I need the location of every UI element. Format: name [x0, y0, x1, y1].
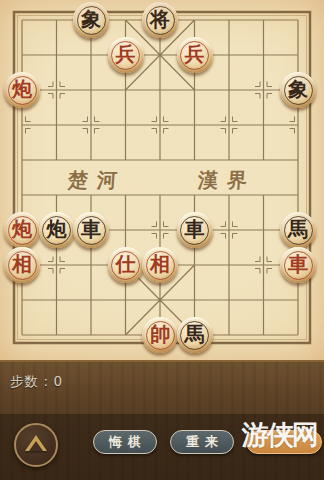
action-bar: 悔棋 重来 游侠网 — [0, 414, 324, 480]
right-action-button[interactable] — [246, 430, 322, 454]
piece-red-仕[interactable]: 仕 — [108, 247, 144, 283]
undo-button[interactable]: 悔棋 — [93, 430, 157, 454]
pieces-grid: 象将兵兵炮象炮炮車車馬相仕相車帥馬 — [5, 3, 316, 353]
piece-glyph: 車 — [81, 219, 101, 239]
piece-glyph: 相 — [150, 254, 170, 274]
piece-red-兵[interactable]: 兵 — [108, 37, 144, 73]
xiangqi-board[interactable]: 楚河 漢界 象将兵兵炮象炮炮車車馬相仕相車帥馬 — [0, 0, 324, 362]
move-counter-value: 0 — [54, 373, 64, 389]
piece-black-象[interactable]: 象 — [73, 2, 109, 38]
piece-black-炮[interactable]: 炮 — [39, 212, 75, 248]
move-counter-label: 步数： — [10, 373, 54, 389]
piece-red-相[interactable]: 相 — [4, 247, 40, 283]
chevron-up-icon — [25, 435, 47, 451]
restart-button[interactable]: 重来 — [170, 430, 234, 454]
bottom-panel: 步数：0 悔棋 重来 游侠网 — [0, 360, 324, 480]
piece-glyph: 馬 — [288, 219, 308, 239]
piece-glyph: 相 — [12, 254, 32, 274]
piece-glyph: 馬 — [185, 324, 205, 344]
piece-glyph: 帥 — [150, 324, 170, 344]
piece-glyph: 象 — [288, 79, 308, 99]
piece-black-馬[interactable]: 馬 — [280, 212, 316, 248]
piece-glyph: 兵 — [185, 44, 205, 64]
piece-black-車[interactable]: 車 — [177, 212, 213, 248]
xiangqi-app: 楚河 漢界 象将兵兵炮象炮炮車車馬相仕相車帥馬 步数：0 悔棋 重来 游侠网 — [0, 0, 324, 480]
piece-glyph: 炮 — [12, 219, 32, 239]
piece-glyph: 象 — [81, 9, 101, 29]
move-counter: 步数：0 — [10, 373, 63, 391]
piece-glyph: 車 — [185, 219, 205, 239]
piece-black-車[interactable]: 車 — [73, 212, 109, 248]
piece-red-兵[interactable]: 兵 — [177, 37, 213, 73]
piece-glyph: 車 — [288, 254, 308, 274]
expand-button[interactable] — [14, 423, 58, 467]
piece-red-車[interactable]: 車 — [280, 247, 316, 283]
piece-glyph: 炮 — [12, 79, 32, 99]
piece-glyph: 兵 — [116, 44, 136, 64]
piece-red-帥[interactable]: 帥 — [142, 317, 178, 353]
piece-glyph: 仕 — [116, 254, 136, 274]
piece-red-炮[interactable]: 炮 — [4, 72, 40, 108]
piece-glyph: 炮 — [47, 219, 67, 239]
piece-red-炮[interactable]: 炮 — [4, 212, 40, 248]
piece-black-馬[interactable]: 馬 — [177, 317, 213, 353]
piece-black-将[interactable]: 将 — [142, 2, 178, 38]
piece-red-相[interactable]: 相 — [142, 247, 178, 283]
piece-glyph: 将 — [150, 9, 170, 29]
piece-black-象[interactable]: 象 — [280, 72, 316, 108]
